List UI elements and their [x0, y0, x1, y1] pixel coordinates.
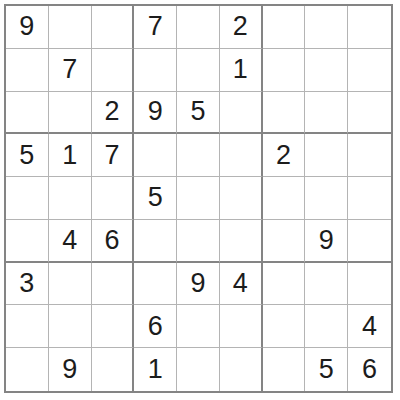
cell-r4c7[interactable]: 2: [263, 134, 306, 177]
cell-r2c5[interactable]: [177, 49, 220, 92]
cell-r7c9[interactable]: [348, 263, 391, 306]
given-digit: 7: [62, 56, 77, 83]
cell-r9c9[interactable]: 6: [348, 348, 391, 391]
cell-r3c9[interactable]: [348, 92, 391, 135]
given-digit: 4: [62, 227, 77, 254]
given-digit: 3: [19, 270, 34, 297]
cell-r8c4[interactable]: 6: [134, 305, 177, 348]
cell-r7c8[interactable]: [305, 263, 348, 306]
cell-r1c8[interactable]: [305, 6, 348, 49]
cell-r2c3[interactable]: [92, 49, 135, 92]
cell-r4c6[interactable]: [220, 134, 263, 177]
cell-r4c1[interactable]: 5: [6, 134, 49, 177]
cell-r3c8[interactable]: [305, 92, 348, 135]
cell-r7c4[interactable]: [134, 263, 177, 306]
cell-r2c2[interactable]: 7: [49, 49, 92, 92]
cell-r2c8[interactable]: [305, 49, 348, 92]
cell-r1c9[interactable]: [348, 6, 391, 49]
cell-r4c3[interactable]: 7: [92, 134, 135, 177]
cell-r6c3[interactable]: 6: [92, 220, 135, 263]
cell-r1c2[interactable]: [49, 6, 92, 49]
cell-r5c3[interactable]: [92, 177, 135, 220]
cell-r3c7[interactable]: [263, 92, 306, 135]
cell-r6c9[interactable]: [348, 220, 391, 263]
given-digit: 4: [233, 270, 248, 297]
cell-r8c2[interactable]: [49, 305, 92, 348]
given-digit: 5: [148, 184, 163, 211]
cell-r9c1[interactable]: [6, 348, 49, 391]
given-digit: 2: [233, 13, 248, 40]
cell-r5c6[interactable]: [220, 177, 263, 220]
cell-r8c9[interactable]: 4: [348, 305, 391, 348]
cell-r6c2[interactable]: 4: [49, 220, 92, 263]
cell-r3c2[interactable]: [49, 92, 92, 135]
given-digit: 2: [276, 142, 291, 169]
cell-r4c5[interactable]: [177, 134, 220, 177]
cell-r6c5[interactable]: [177, 220, 220, 263]
cell-r8c6[interactable]: [220, 305, 263, 348]
given-digit: 5: [319, 356, 334, 383]
given-digit: 6: [148, 313, 163, 340]
cell-r8c5[interactable]: [177, 305, 220, 348]
cell-r1c7[interactable]: [263, 6, 306, 49]
cell-r2c1[interactable]: [6, 49, 49, 92]
cell-r7c7[interactable]: [263, 263, 306, 306]
given-digit: 7: [148, 13, 163, 40]
cell-r7c6[interactable]: 4: [220, 263, 263, 306]
given-digit: 1: [62, 142, 77, 169]
cell-r1c1[interactable]: 9: [6, 6, 49, 49]
cell-r4c9[interactable]: [348, 134, 391, 177]
given-digit: 1: [148, 356, 163, 383]
cell-r2c7[interactable]: [263, 49, 306, 92]
cell-r7c3[interactable]: [92, 263, 135, 306]
cell-r9c3[interactable]: [92, 348, 135, 391]
cell-r2c6[interactable]: 1: [220, 49, 263, 92]
cell-r2c4[interactable]: [134, 49, 177, 92]
cell-r2c9[interactable]: [348, 49, 391, 92]
given-digit: 9: [190, 270, 205, 297]
cell-r3c3[interactable]: 2: [92, 92, 135, 135]
cell-r9c7[interactable]: [263, 348, 306, 391]
cell-r6c1[interactable]: [6, 220, 49, 263]
given-digit: 6: [362, 356, 377, 383]
given-digit: 6: [104, 227, 119, 254]
cell-r4c2[interactable]: 1: [49, 134, 92, 177]
given-digit: 9: [148, 98, 163, 125]
cell-r7c1[interactable]: 3: [6, 263, 49, 306]
given-digit: 2: [104, 98, 119, 125]
cell-r6c4[interactable]: [134, 220, 177, 263]
cell-r8c3[interactable]: [92, 305, 135, 348]
cell-r3c4[interactable]: 9: [134, 92, 177, 135]
cell-r1c4[interactable]: 7: [134, 6, 177, 49]
sudoku-board: 9727129551725469394649156: [4, 4, 393, 393]
cell-r1c3[interactable]: [92, 6, 135, 49]
cell-r1c6[interactable]: 2: [220, 6, 263, 49]
cell-r8c1[interactable]: [6, 305, 49, 348]
cell-r3c6[interactable]: [220, 92, 263, 135]
cell-r9c8[interactable]: 5: [305, 348, 348, 391]
cell-r8c8[interactable]: [305, 305, 348, 348]
cell-r6c7[interactable]: [263, 220, 306, 263]
cell-r5c9[interactable]: [348, 177, 391, 220]
given-digit: 4: [362, 313, 377, 340]
cell-r5c8[interactable]: [305, 177, 348, 220]
cell-r7c2[interactable]: [49, 263, 92, 306]
given-digit: 5: [190, 98, 205, 125]
cell-r5c7[interactable]: [263, 177, 306, 220]
cell-r9c2[interactable]: 9: [49, 348, 92, 391]
cell-r9c6[interactable]: [220, 348, 263, 391]
given-digit: 9: [62, 356, 77, 383]
cell-r1c5[interactable]: [177, 6, 220, 49]
given-digit: 1: [233, 56, 248, 83]
cell-r6c8[interactable]: 9: [305, 220, 348, 263]
cell-r9c4[interactable]: 1: [134, 348, 177, 391]
cell-r4c8[interactable]: [305, 134, 348, 177]
cell-r9c5[interactable]: [177, 348, 220, 391]
cell-r3c1[interactable]: [6, 92, 49, 135]
cell-r7c5[interactable]: 9: [177, 263, 220, 306]
cell-r4c4[interactable]: [134, 134, 177, 177]
cell-r5c4[interactable]: 5: [134, 177, 177, 220]
cell-r8c7[interactable]: [263, 305, 306, 348]
cell-r5c5[interactable]: [177, 177, 220, 220]
cell-r5c2[interactable]: [49, 177, 92, 220]
given-digit: 9: [19, 13, 34, 40]
cell-r6c6[interactable]: [220, 220, 263, 263]
cell-r5c1[interactable]: [6, 177, 49, 220]
given-digit: 9: [319, 227, 334, 254]
given-digit: 5: [19, 142, 34, 169]
given-digit: 7: [104, 142, 119, 169]
cell-r3c5[interactable]: 5: [177, 92, 220, 135]
